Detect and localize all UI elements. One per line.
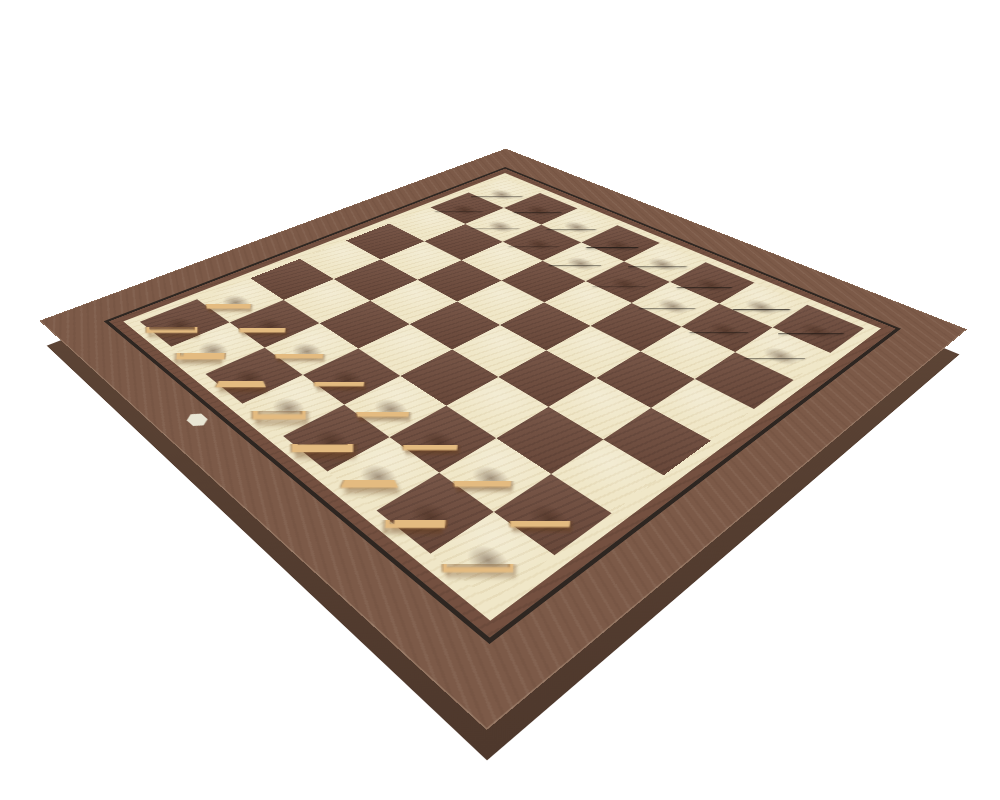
photo-background: ♜♞♝♛♚♝♞♜♟♟♟♟♟♟♟♟♟♟♟♟♟♟♟♟♜♞♝♛♚♝♞♜ — [0, 0, 1000, 800]
board-border: ♜♞♝♛♚♝♞♜♟♟♟♟♟♟♟♟♟♟♟♟♟♟♟♟♜♞♝♛♚♝♞♜ — [39, 149, 967, 731]
maker-logo-inlay — [184, 411, 211, 429]
chess-board: ♜♞♝♛♚♝♞♜♟♟♟♟♟♟♟♟♟♟♟♟♟♟♟♟♜♞♝♛♚♝♞♜ — [39, 149, 967, 731]
black-pawn-glyph: ♟ — [729, 239, 821, 380]
